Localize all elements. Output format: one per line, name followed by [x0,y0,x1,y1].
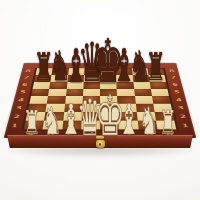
coordinate-label: 5 [171,90,184,94]
coordinate-label: 8 [22,69,34,72]
coordinate-label: 6 [169,83,181,86]
coordinate-label: 1 [178,124,192,128]
white-rook-h1[interactable]: ♜ [159,106,177,139]
white-knight-g1[interactable]: ♞ [138,102,158,140]
coordinate-label: 7 [20,76,32,79]
square-h5[interactable] [151,89,169,96]
white-bishop-f1[interactable]: ♝ [118,99,141,141]
product-photo: abcdefgh abcdefgh 87654321 87654321 ♜♞♝♛… [0,0,200,200]
square-a5[interactable] [31,89,49,96]
coordinate-label: 6 [19,83,31,86]
white-rook-a1[interactable]: ♜ [23,106,41,139]
coordinate-label: 2 [10,115,24,119]
coordinate-label: 5 [17,90,30,94]
coordinate-label: 8 [166,69,178,72]
coordinate-label: 1 [8,124,22,128]
coordinate-label: 4 [14,98,27,102]
coordinate-label: 7 [167,76,179,79]
white-knight-b1[interactable]: ♞ [41,102,61,140]
coordinate-label: 2 [176,115,190,119]
coordinate-label: 4 [172,98,185,102]
black-rook-h8[interactable]: ♜ [146,48,166,86]
